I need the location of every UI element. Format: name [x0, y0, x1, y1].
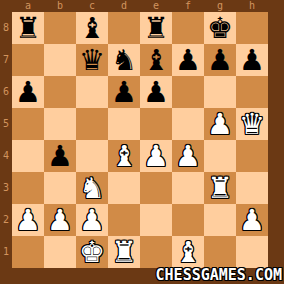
square-d7: ♞: [108, 44, 140, 76]
square-e2: [140, 204, 172, 236]
white-king-c1: ♚: [76, 236, 108, 268]
square-f3: [172, 172, 204, 204]
square-h8: [236, 12, 268, 44]
rank-label-5: 5: [0, 108, 12, 140]
square-b1: [44, 236, 76, 268]
white-bishop-f1: ♝: [172, 236, 204, 268]
square-d1: ♜: [108, 236, 140, 268]
black-rook-a8: ♜: [12, 12, 44, 44]
square-b6: [44, 76, 76, 108]
rank-label-7: 7: [0, 44, 12, 76]
square-h4: [236, 140, 268, 172]
chessgames-watermark: CHESSGAMES.COM: [156, 266, 282, 284]
square-h7: ♟: [236, 44, 268, 76]
square-c2: ♟: [76, 204, 108, 236]
rank-label-6: 6: [0, 76, 12, 108]
white-pawn-a2: ♟: [12, 204, 44, 236]
rank-label-3: 3: [0, 172, 12, 204]
square-c7: ♛: [76, 44, 108, 76]
square-b5: [44, 108, 76, 140]
square-g1: [204, 236, 236, 268]
square-f6: [172, 76, 204, 108]
black-pawn-f7: ♟: [172, 44, 204, 76]
square-c1: ♚: [76, 236, 108, 268]
square-c4: [76, 140, 108, 172]
square-g5: ♟: [204, 108, 236, 140]
square-h5: ♛: [236, 108, 268, 140]
square-a6: ♟: [12, 76, 44, 108]
black-knight-d7: ♞: [108, 44, 140, 76]
square-a2: ♟: [12, 204, 44, 236]
white-pawn-c2: ♟: [76, 204, 108, 236]
square-g3: ♜: [204, 172, 236, 204]
black-pawn-b4: ♟: [44, 140, 76, 172]
square-c5: [76, 108, 108, 140]
square-g4: [204, 140, 236, 172]
square-f4: ♟: [172, 140, 204, 172]
square-e3: [140, 172, 172, 204]
square-c8: ♝: [76, 12, 108, 44]
square-h1: [236, 236, 268, 268]
square-d2: [108, 204, 140, 236]
square-a1: [12, 236, 44, 268]
square-e1: [140, 236, 172, 268]
white-rook-g3: ♜: [204, 172, 236, 204]
square-a3: [12, 172, 44, 204]
square-f5: [172, 108, 204, 140]
rank-label-8: 8: [0, 12, 12, 44]
white-knight-c3: ♞: [76, 172, 108, 204]
black-pawn-a6: ♟: [12, 76, 44, 108]
square-a8: ♜: [12, 12, 44, 44]
square-g6: [204, 76, 236, 108]
square-f2: [172, 204, 204, 236]
black-pawn-h7: ♟: [236, 44, 268, 76]
square-a5: [12, 108, 44, 140]
file-label-h: h: [236, 0, 268, 12]
square-h2: ♟: [236, 204, 268, 236]
black-pawn-g7: ♟: [204, 44, 236, 76]
chess-board-diagram: abcdefgh 87654321 ♜♝♜♚♛♞♝♟♟♟♟♟♟♟♛♟♝♟♟♞♜♟…: [0, 0, 284, 284]
square-b8: [44, 12, 76, 44]
square-h3: [236, 172, 268, 204]
square-a4: [12, 140, 44, 172]
rank-label-2: 2: [0, 204, 12, 236]
file-label-d: d: [108, 0, 140, 12]
white-queen-h5: ♛: [236, 108, 268, 140]
white-bishop-d4: ♝: [108, 140, 140, 172]
rank-labels: 87654321: [0, 12, 12, 268]
square-e7: ♝: [140, 44, 172, 76]
rank-label-1: 1: [0, 236, 12, 268]
white-pawn-b2: ♟: [44, 204, 76, 236]
white-rook-d1: ♜: [108, 236, 140, 268]
square-d5: [108, 108, 140, 140]
square-d6: ♟: [108, 76, 140, 108]
black-queen-c7: ♛: [76, 44, 108, 76]
square-d3: [108, 172, 140, 204]
black-bishop-c8: ♝: [76, 12, 108, 44]
square-a7: [12, 44, 44, 76]
square-b7: [44, 44, 76, 76]
square-b2: ♟: [44, 204, 76, 236]
black-pawn-d6: ♟: [108, 76, 140, 108]
square-b3: [44, 172, 76, 204]
square-f8: [172, 12, 204, 44]
white-pawn-e4: ♟: [140, 140, 172, 172]
black-bishop-e7: ♝: [140, 44, 172, 76]
black-pawn-e6: ♟: [140, 76, 172, 108]
square-e6: ♟: [140, 76, 172, 108]
square-e4: ♟: [140, 140, 172, 172]
white-pawn-g5: ♟: [204, 108, 236, 140]
square-g7: ♟: [204, 44, 236, 76]
square-d4: ♝: [108, 140, 140, 172]
square-c3: ♞: [76, 172, 108, 204]
white-pawn-h2: ♟: [236, 204, 268, 236]
square-h6: [236, 76, 268, 108]
square-c6: [76, 76, 108, 108]
square-g2: [204, 204, 236, 236]
chess-board: ♜♝♜♚♛♞♝♟♟♟♟♟♟♟♛♟♝♟♟♞♜♟♟♟♟♚♜♝: [12, 12, 268, 268]
square-d8: [108, 12, 140, 44]
square-g8: ♚: [204, 12, 236, 44]
square-e5: [140, 108, 172, 140]
file-label-f: f: [172, 0, 204, 12]
black-king-g8: ♚: [204, 12, 236, 44]
square-b4: ♟: [44, 140, 76, 172]
square-f1: ♝: [172, 236, 204, 268]
square-f7: ♟: [172, 44, 204, 76]
file-label-b: b: [44, 0, 76, 12]
rank-label-4: 4: [0, 140, 12, 172]
black-rook-e8: ♜: [140, 12, 172, 44]
white-pawn-f4: ♟: [172, 140, 204, 172]
square-e8: ♜: [140, 12, 172, 44]
